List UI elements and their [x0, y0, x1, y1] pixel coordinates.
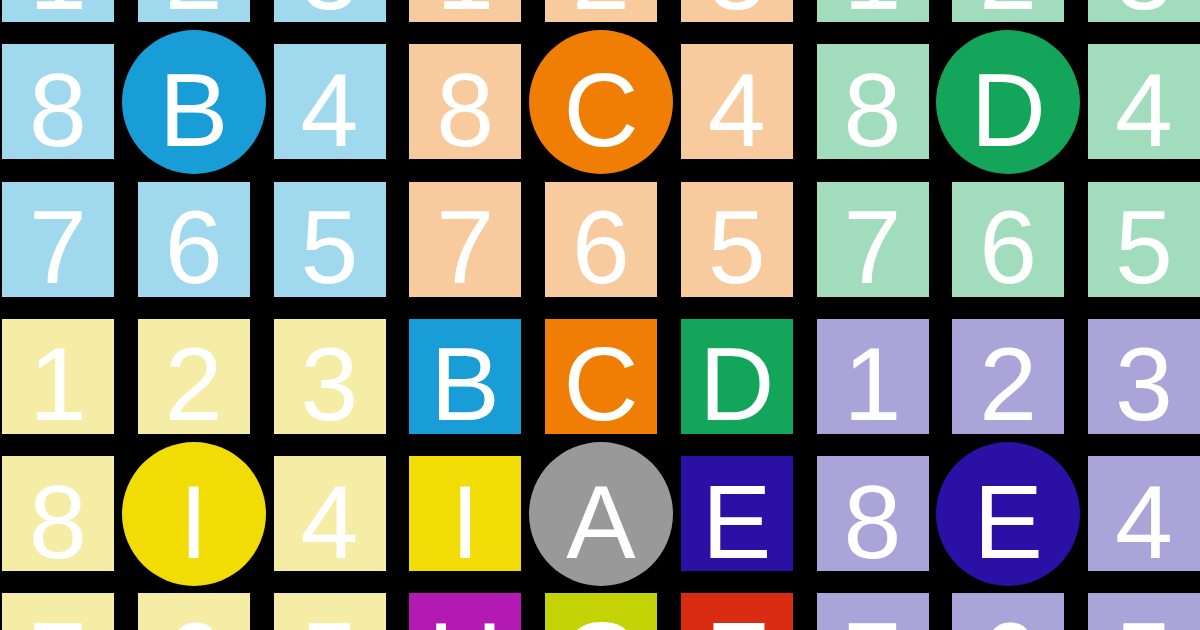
cell-glyph: I: [451, 470, 480, 574]
cell-r3c1: 7: [2, 182, 114, 297]
cell-glyph: 8: [844, 470, 902, 574]
cell-r1c7: 1: [817, 0, 929, 22]
cell-glyph: 3: [1115, 0, 1173, 25]
cell-r2c7: 8: [817, 44, 929, 159]
cell-glyph: 2: [165, 332, 223, 436]
cell-r1c4: 1: [409, 0, 521, 22]
cell-glyph: B: [159, 58, 228, 162]
cell-r3c8: 6: [952, 182, 1064, 297]
cell-r4c1: 1: [2, 319, 114, 434]
cell-r4c2: 2: [138, 319, 250, 434]
cell-r2c9: 4: [1088, 44, 1200, 159]
cell-glyph: 5: [1115, 607, 1173, 630]
cell-glyph: 3: [301, 0, 359, 25]
cell-r6c7: 7: [817, 593, 929, 630]
keypad-puzzle-canvas: 1231231238B48C48D4765765765123BCD1238I4I…: [0, 0, 1200, 630]
cell-r2c1: 8: [2, 44, 114, 159]
cell-glyph: 3: [1115, 332, 1173, 436]
cell-glyph: 7: [844, 607, 902, 630]
cell-glyph: 1: [844, 0, 902, 25]
cell-r1c3: 3: [274, 0, 386, 22]
cell-glyph: 8: [29, 470, 87, 574]
cell-glyph: 5: [1115, 195, 1173, 299]
cell-r1c5: 2: [545, 0, 657, 22]
cell-glyph: 6: [979, 607, 1037, 630]
cell-glyph: 6: [165, 607, 223, 630]
cell-glyph: 2: [979, 0, 1037, 25]
cell-glyph: 1: [29, 332, 87, 436]
puzzle-board: 1231231238B48C48D4765765765123BCD1238I4I…: [2, 0, 1200, 630]
cell-r3c6: 5: [681, 182, 793, 297]
cell-glyph: 4: [1115, 470, 1173, 574]
cell-r5c3: 4: [274, 456, 386, 571]
cell-glyph: A: [566, 470, 635, 574]
cell-glyph: 8: [29, 58, 87, 162]
cell-glyph: D: [971, 58, 1046, 162]
cell-glyph: 1: [436, 0, 494, 25]
cell-r4c8: 2: [952, 319, 1064, 434]
cell-r1c6: 3: [681, 0, 793, 22]
cell-r4c9: 3: [1088, 319, 1200, 434]
cell-glyph: 5: [708, 195, 766, 299]
cell-glyph: B: [431, 332, 500, 436]
cell-r1c1: 1: [2, 0, 114, 22]
cell-r6c6: F: [681, 593, 793, 630]
cell-glyph: F: [705, 607, 769, 630]
cell-glyph: 2: [572, 0, 630, 25]
cell-glyph: 8: [436, 58, 494, 162]
cell-r3c5: 6: [545, 182, 657, 297]
cell-r2c2: B: [138, 44, 250, 159]
cell-glyph: 4: [1115, 58, 1173, 162]
cell-r1c8: 2: [952, 0, 1064, 22]
cell-glyph: E: [974, 470, 1043, 574]
cell-glyph: 6: [572, 195, 630, 299]
cell-r2c4: 8: [409, 44, 521, 159]
cell-r2c6: 4: [681, 44, 793, 159]
cell-glyph: 6: [165, 195, 223, 299]
cell-r6c2: 6: [138, 593, 250, 630]
cell-glyph: 1: [844, 332, 902, 436]
cell-r4c4: B: [409, 319, 521, 434]
cell-glyph: 5: [301, 607, 359, 630]
cell-r5c7: 8: [817, 456, 929, 571]
cell-r3c2: 6: [138, 182, 250, 297]
cell-glyph: 4: [708, 58, 766, 162]
cell-r4c5: C: [545, 319, 657, 434]
cell-r3c4: 7: [409, 182, 521, 297]
cell-r3c7: 7: [817, 182, 929, 297]
cell-r5c5: A: [545, 456, 657, 571]
cell-r4c6: D: [681, 319, 793, 434]
cell-r1c2: 2: [138, 0, 250, 22]
cell-glyph: 7: [29, 607, 87, 630]
cell-r5c8: E: [952, 456, 1064, 571]
cell-glyph: D: [699, 332, 774, 436]
cell-glyph: 4: [301, 470, 359, 574]
cell-glyph: 3: [301, 332, 359, 436]
cell-r3c3: 5: [274, 182, 386, 297]
cell-r6c9: 5: [1088, 593, 1200, 630]
cell-glyph: 4: [301, 58, 359, 162]
cell-glyph: 3: [708, 0, 766, 25]
cell-glyph: 2: [979, 332, 1037, 436]
cell-glyph: E: [702, 470, 771, 574]
cell-r6c8: 6: [952, 593, 1064, 630]
cell-r5c2: I: [138, 456, 250, 571]
cell-glyph: 1: [29, 0, 87, 25]
cell-r2c5: C: [545, 44, 657, 159]
cell-glyph: C: [563, 332, 638, 436]
cell-r6c3: 5: [274, 593, 386, 630]
cell-r5c4: I: [409, 456, 521, 571]
cell-r6c5: G: [545, 593, 657, 630]
cell-r5c9: 4: [1088, 456, 1200, 571]
cell-r6c4: H: [409, 593, 521, 630]
cell-r2c8: D: [952, 44, 1064, 159]
cell-r5c1: 8: [2, 456, 114, 571]
cell-glyph: 8: [844, 58, 902, 162]
cell-glyph: G: [561, 607, 642, 630]
cell-glyph: 2: [165, 0, 223, 25]
cell-r1c9: 3: [1088, 0, 1200, 22]
cell-glyph: 5: [301, 195, 359, 299]
cell-glyph: I: [179, 470, 208, 574]
cell-glyph: 7: [436, 195, 494, 299]
cell-r4c7: 1: [817, 319, 929, 434]
cell-r4c3: 3: [274, 319, 386, 434]
cell-glyph: H: [428, 607, 503, 630]
cell-r3c9: 5: [1088, 182, 1200, 297]
cell-r2c3: 4: [274, 44, 386, 159]
cell-glyph: 6: [979, 195, 1037, 299]
cell-r5c6: E: [681, 456, 793, 571]
cell-glyph: C: [563, 58, 638, 162]
cell-r6c1: 7: [2, 593, 114, 630]
cell-glyph: 7: [844, 195, 902, 299]
cell-glyph: 7: [29, 195, 87, 299]
